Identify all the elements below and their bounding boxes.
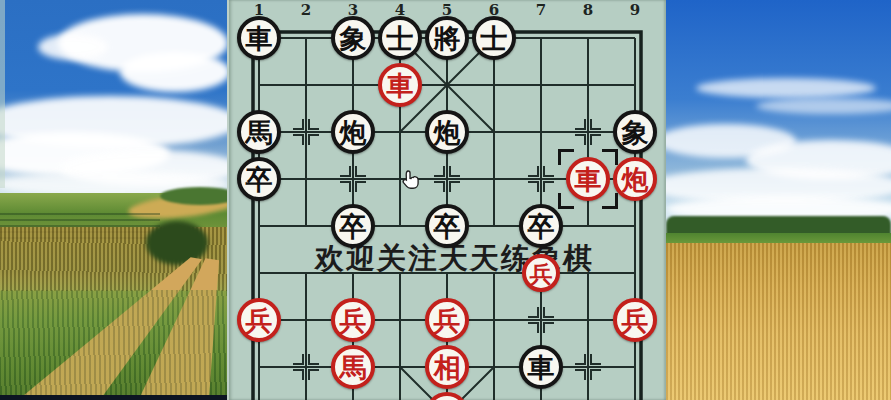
cloud [38,34,108,60]
selection-brackets [558,149,618,209]
black-piece-將[interactable]: 將 [425,16,469,60]
position-marker [528,166,554,192]
piece-character: 卒 [434,213,461,240]
position-marker [575,354,601,380]
landscape-left [0,193,227,400]
piece-character: 車 [528,354,555,381]
black-piece-車[interactable]: 車 [237,16,281,60]
red-piece-兵[interactable]: 兵 [613,298,657,342]
piece-character: 卒 [246,166,273,193]
piece-character: 兵 [530,262,553,285]
black-piece-士[interactable]: 士 [472,16,516,60]
red-piece-兵[interactable]: 兵 [331,298,375,342]
foreground-grass [0,290,227,400]
cloud [120,52,227,92]
wheat-field [666,243,891,400]
black-piece-士[interactable]: 士 [378,16,422,60]
position-marker [340,166,366,192]
black-piece-象[interactable]: 象 [331,16,375,60]
black-piece-卒[interactable]: 卒 [237,157,281,201]
black-piece-炮[interactable]: 炮 [425,110,469,154]
black-piece-卒[interactable]: 卒 [331,204,375,248]
piece-character: 士 [387,25,414,52]
red-piece-車[interactable]: 車 [378,63,422,107]
piece-character: 士 [481,25,508,52]
piece-character: 馬 [246,119,273,146]
hand-cursor-icon [401,169,420,192]
column-label-9: 9 [624,1,646,19]
position-marker [293,119,319,145]
piece-character: 將 [434,25,461,52]
dark-bush [146,221,208,265]
red-piece-兵[interactable]: 兵 [425,298,469,342]
piece-character: 車 [387,72,414,99]
piece-character: 象 [622,119,649,146]
piece-character: 炮 [434,119,461,146]
column-label-8: 8 [577,1,599,19]
piece-character: 車 [246,25,273,52]
xiangqi-board[interactable]: 欢迎关注天天练象棋 123456789車象士將士車馬炮炮象卒車炮卒卒卒兵兵兵兵兵… [227,0,666,400]
left-edge-artifact [0,0,5,188]
piece-character: 象 [340,25,367,52]
position-marker [293,354,319,380]
piece-character: 兵 [340,307,367,334]
piece-character: 兵 [246,307,273,334]
piece-character: 卒 [340,213,367,240]
black-piece-馬[interactable]: 馬 [237,110,281,154]
red-piece-馬[interactable]: 馬 [331,345,375,389]
position-marker [575,119,601,145]
black-piece-車[interactable]: 車 [519,345,563,389]
piece-character: 卒 [528,213,555,240]
piece-character: 馬 [340,354,367,381]
black-piece-象[interactable]: 象 [613,110,657,154]
piece-character: 炮 [340,119,367,146]
red-piece-兵[interactable]: 兵 [522,254,560,292]
black-piece-炮[interactable]: 炮 [331,110,375,154]
red-piece-兵[interactable]: 兵 [237,298,281,342]
piece-character: 兵 [622,307,649,334]
piece-character: 兵 [434,307,461,334]
screenshot-stage: 欢迎关注天天练象棋 123456789車象士將士車馬炮炮象卒車炮卒卒卒兵兵兵兵兵… [0,0,891,400]
piece-character: 炮 [622,166,649,193]
black-piece-卒[interactable]: 卒 [519,204,563,248]
column-label-7: 7 [530,1,552,19]
red-piece-相[interactable]: 相 [425,345,469,389]
position-marker [434,166,460,192]
piece-character: 相 [434,354,461,381]
column-label-2: 2 [295,1,317,19]
background-photo-left [0,0,227,400]
background-photo-right [666,0,891,400]
black-piece-卒[interactable]: 卒 [425,204,469,248]
cloud [696,78,876,98]
position-marker [528,307,554,333]
red-piece-炮[interactable]: 炮 [613,157,657,201]
